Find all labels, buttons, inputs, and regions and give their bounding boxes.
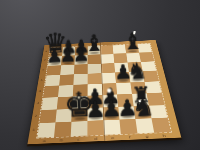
file-label-b: b xyxy=(53,137,71,143)
piece-shadow xyxy=(50,62,60,64)
file-label-h: h xyxy=(155,133,173,139)
square-g4 xyxy=(130,82,146,94)
file-label-g: g xyxy=(138,133,156,139)
square-b2 xyxy=(55,109,72,123)
rank-label-4: 4 xyxy=(35,86,44,98)
square-f2: ♟ xyxy=(118,106,135,120)
file-label-f: f xyxy=(121,134,139,140)
square-c3 xyxy=(72,96,87,109)
square-b8: ♟ xyxy=(62,47,75,56)
file-label-a: a xyxy=(35,138,53,144)
square-f7 xyxy=(113,53,127,63)
square-h4 xyxy=(145,81,162,93)
black-bishop-g8: ♝ xyxy=(122,31,143,53)
piece-shadow xyxy=(51,53,60,55)
square-c4 xyxy=(73,84,88,96)
square-g1 xyxy=(135,118,154,133)
black-pawn-f2: ♟ xyxy=(116,98,137,120)
square-b3 xyxy=(57,96,73,109)
rank-label-8: 8 xyxy=(43,48,50,57)
square-c2: ♚ xyxy=(71,108,87,122)
square-d8: ♝ xyxy=(88,46,101,55)
square-f8 xyxy=(113,45,127,54)
table-surface: ♛♟♟♝♝♟♟♟♟♞♟♟♜♚♟♟♟♞ abcdefgh 87654321 xyxy=(0,0,200,150)
square-d7 xyxy=(88,54,101,64)
square-g3: ♜ xyxy=(132,93,149,106)
square-e7 xyxy=(101,54,115,64)
square-c5 xyxy=(73,74,87,85)
square-a7: ♟ xyxy=(48,56,62,66)
piece-shadow xyxy=(64,53,73,55)
square-d4 xyxy=(88,84,103,96)
square-h2 xyxy=(149,105,167,119)
board-squares: ♛♟♟♝♝♟♟♟♟♞♟♟♜♚♟♟♟♞ xyxy=(37,44,171,138)
rank-label-1: 1 xyxy=(28,124,38,139)
square-h8 xyxy=(137,44,151,53)
square-f4 xyxy=(116,83,132,95)
file-labels: abcdefgh xyxy=(35,133,173,144)
square-c6 xyxy=(74,64,88,74)
square-e6 xyxy=(101,63,115,73)
square-f6 xyxy=(114,62,129,72)
piece-shadow xyxy=(90,116,101,119)
piece-shadow xyxy=(132,79,142,82)
rank-label-5: 5 xyxy=(37,76,45,87)
square-a8: ♛ xyxy=(49,47,63,56)
square-g7 xyxy=(126,53,141,63)
chessboard: ♛♟♟♝♝♟♟♟♟♞♟♟♜♚♟♟♟♞ abcdefgh 87654321 xyxy=(27,40,181,144)
piece-shadow xyxy=(137,114,149,117)
square-b6 xyxy=(60,65,74,75)
sun-glare-highlight xyxy=(132,30,135,36)
square-h5 xyxy=(143,71,159,82)
piece-shadow xyxy=(118,79,128,82)
black-queen-a8: ♛ xyxy=(42,30,67,57)
black-pawn-f5: ♟ xyxy=(113,63,132,83)
rank-label-6: 6 xyxy=(39,66,47,76)
square-h7 xyxy=(139,52,154,62)
black-pawn-a7: ♟ xyxy=(45,47,63,66)
square-f1 xyxy=(119,119,137,134)
black-pawn-e3: ♟ xyxy=(100,86,120,107)
square-b4 xyxy=(58,85,73,97)
piece-shadow xyxy=(77,52,86,54)
square-d5 xyxy=(88,73,102,84)
square-d6 xyxy=(88,63,102,73)
black-pawn-e2: ♟ xyxy=(100,98,121,120)
square-c1 xyxy=(71,121,88,136)
sun-glare-highlight xyxy=(138,99,141,102)
square-a4 xyxy=(43,86,59,98)
square-a2 xyxy=(39,109,56,123)
black-knight-g2: ♞ xyxy=(131,94,155,119)
square-c7: ♟ xyxy=(74,55,87,65)
square-c8: ♟ xyxy=(75,46,88,55)
rank-labels: 87654321 xyxy=(28,48,49,139)
square-d3: ♟ xyxy=(88,95,103,108)
rank-label-7: 7 xyxy=(41,56,49,66)
square-e4 xyxy=(102,83,117,95)
sun-glare-highlight xyxy=(106,88,111,93)
black-pawn-c8: ♟ xyxy=(72,38,89,56)
chessboard-wrapper: ♛♟♟♝♝♟♟♟♟♞♟♟♜♚♟♟♟♞ abcdefgh 87654321 xyxy=(19,0,182,144)
square-g6 xyxy=(128,62,143,72)
piece-shadow xyxy=(63,62,72,64)
board-play-area: ♛♟♟♝♝♟♟♟♟♞♟♟♜♚♟♟♟♞ xyxy=(36,43,172,138)
piece-shadow xyxy=(106,116,117,119)
piece-shadow xyxy=(121,115,133,118)
square-d1 xyxy=(87,121,104,136)
rank-label-2: 2 xyxy=(31,110,41,124)
black-pawn-b7: ♟ xyxy=(59,47,77,66)
square-a1 xyxy=(37,123,55,138)
piece-shadow xyxy=(90,104,101,107)
square-b1 xyxy=(54,122,71,137)
piece-shadow xyxy=(90,52,99,54)
square-e2: ♟ xyxy=(103,107,120,121)
square-e1 xyxy=(103,120,120,135)
black-pawn-d3: ♟ xyxy=(85,87,105,108)
square-a3 xyxy=(41,97,58,110)
piece-shadow xyxy=(105,103,116,106)
black-pawn-b8: ♟ xyxy=(60,38,77,56)
board-fold-seam xyxy=(100,42,105,140)
file-label-d: d xyxy=(87,136,104,142)
piece-shadow xyxy=(135,102,146,105)
black-bishop-d8: ♝ xyxy=(83,33,104,55)
square-e5 xyxy=(101,73,116,84)
square-b5 xyxy=(59,74,74,85)
square-e8 xyxy=(100,45,113,54)
black-pawn-c7: ♟ xyxy=(72,46,90,65)
black-king-c2: ♚ xyxy=(63,89,95,123)
file-label-e: e xyxy=(104,135,121,141)
square-f5: ♟ xyxy=(115,72,130,83)
square-g2: ♞ xyxy=(134,105,152,119)
square-h1 xyxy=(151,118,170,133)
square-f3 xyxy=(117,94,133,107)
square-h3 xyxy=(147,93,165,106)
file-label-c: c xyxy=(70,136,87,142)
square-g5: ♞ xyxy=(129,71,145,82)
square-a6 xyxy=(46,65,61,75)
piece-shadow xyxy=(128,50,137,52)
square-a5 xyxy=(45,75,60,86)
rank-label-3: 3 xyxy=(33,98,42,111)
black-pawn-d2: ♟ xyxy=(84,99,105,121)
square-b7: ♟ xyxy=(61,55,75,65)
piece-shadow xyxy=(74,117,85,120)
black-knight-g5: ♞ xyxy=(126,60,147,82)
black-rook-g3: ♜ xyxy=(131,85,151,106)
square-g8: ♝ xyxy=(125,44,139,53)
square-h6 xyxy=(141,61,157,71)
piece-shadow xyxy=(76,61,85,63)
square-e3: ♟ xyxy=(102,94,118,107)
square-d2: ♟ xyxy=(87,107,103,121)
